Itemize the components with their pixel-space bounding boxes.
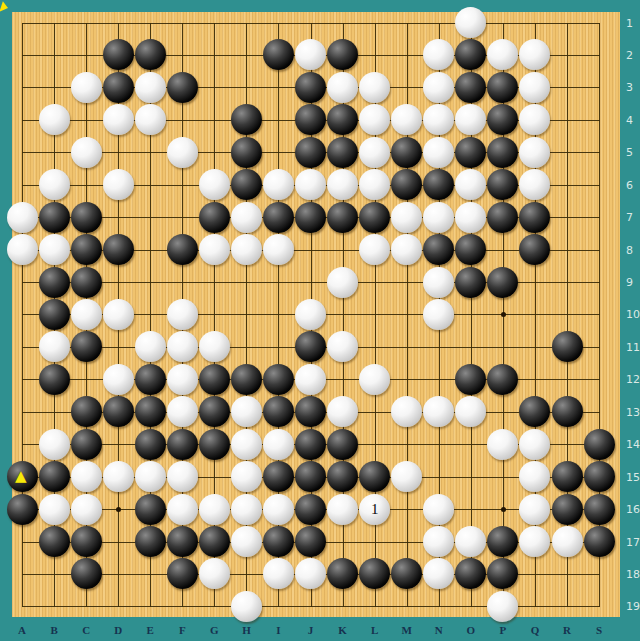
stone-white-I8[interactable] [263, 234, 294, 265]
stone-black-E17[interactable] [135, 526, 166, 557]
stone-black-G14[interactable] [199, 429, 230, 460]
stone-black-C9[interactable] [71, 267, 102, 298]
stone-white-H8[interactable] [231, 234, 262, 265]
stone-black-C14[interactable] [71, 429, 102, 460]
stone-white-H17[interactable] [231, 526, 262, 557]
stone-black-R16[interactable] [552, 494, 583, 525]
stone-white-F16[interactable] [167, 494, 198, 525]
stone-white-M7[interactable] [391, 202, 422, 233]
stone-black-O12[interactable] [455, 364, 486, 395]
stone-black-P5[interactable] [487, 137, 518, 168]
stone-black-D3[interactable] [103, 72, 134, 103]
stone-black-F14[interactable] [167, 429, 198, 460]
stone-black-Q7[interactable] [519, 202, 550, 233]
stone-white-B14[interactable] [39, 429, 70, 460]
stone-black-J14[interactable] [295, 429, 326, 460]
stone-white-F10[interactable] [167, 299, 198, 330]
stone-black-H4[interactable] [231, 104, 262, 135]
stone-white-K3[interactable] [327, 72, 358, 103]
stone-white-B16[interactable] [39, 494, 70, 525]
stone-black-G7[interactable] [199, 202, 230, 233]
stone-black-P9[interactable] [487, 267, 518, 298]
stone-white-F11[interactable] [167, 331, 198, 362]
stone-black-F8[interactable] [167, 234, 198, 265]
coord-col-I: I [271, 625, 285, 636]
stone-white-G16[interactable] [199, 494, 230, 525]
stone-black-B15[interactable] [39, 461, 70, 492]
stone-white-N3[interactable] [423, 72, 454, 103]
stone-black-D8[interactable] [103, 234, 134, 265]
stone-white-K9[interactable] [327, 267, 358, 298]
stone-white-N5[interactable] [423, 137, 454, 168]
stone-black-H5[interactable] [231, 137, 262, 168]
stone-black-I12[interactable] [263, 364, 294, 395]
stone-black-G13[interactable] [199, 396, 230, 427]
stone-white-F13[interactable] [167, 396, 198, 427]
stone-white-Q14[interactable] [519, 429, 550, 460]
stone-white-C3[interactable] [71, 72, 102, 103]
stone-white-L5[interactable] [359, 137, 390, 168]
stone-white-P14[interactable] [487, 429, 518, 460]
stone-white-E4[interactable] [135, 104, 166, 135]
stone-white-D6[interactable] [103, 169, 134, 200]
stone-white-G6[interactable] [199, 169, 230, 200]
stone-black-E14[interactable] [135, 429, 166, 460]
coord-col-P: P [496, 625, 510, 636]
stone-black-C11[interactable] [71, 331, 102, 362]
stone-white-D10[interactable] [103, 299, 134, 330]
coord-col-R: R [560, 625, 574, 636]
stone-white-D12[interactable] [103, 364, 134, 395]
stone-black-O3[interactable] [455, 72, 486, 103]
coord-col-A: A [15, 625, 29, 636]
stone-black-M5[interactable] [391, 137, 422, 168]
stone-black-E2[interactable] [135, 39, 166, 70]
coord-col-N: N [432, 625, 446, 636]
stone-white-D4[interactable] [103, 104, 134, 135]
stone-white-J10[interactable] [295, 299, 326, 330]
stone-white-N9[interactable] [423, 267, 454, 298]
coord-col-H: H [239, 625, 253, 636]
coord-col-B: B [47, 625, 61, 636]
stone-black-S16[interactable] [584, 494, 615, 525]
stone-white-Q5[interactable] [519, 137, 550, 168]
coord-col-O: O [464, 625, 478, 636]
go-game-screenshot: ▲1ABCDEFGHIJKLMNOPQRS1234567891011121314… [0, 0, 640, 641]
stone-black-J17[interactable] [295, 526, 326, 557]
stone-white-N7[interactable] [423, 202, 454, 233]
stone-black-O9[interactable] [455, 267, 486, 298]
stone-black-F3[interactable] [167, 72, 198, 103]
stone-black-J3[interactable] [295, 72, 326, 103]
stone-black-K7[interactable] [327, 202, 358, 233]
stone-white-C16[interactable] [71, 494, 102, 525]
stone-black-S15[interactable] [584, 461, 615, 492]
coord-row-13: 13 [626, 407, 640, 418]
stone-white-E3[interactable] [135, 72, 166, 103]
stone-white-P19[interactable] [487, 591, 518, 622]
stone-black-I17[interactable] [263, 526, 294, 557]
stone-white-A8[interactable] [7, 234, 38, 265]
coord-col-C: C [79, 625, 93, 636]
stone-black-A16[interactable] [7, 494, 38, 525]
stone-white-E15[interactable] [135, 461, 166, 492]
stone-white-F15[interactable] [167, 461, 198, 492]
coord-col-E: E [143, 625, 157, 636]
coord-col-M: M [400, 625, 414, 636]
stone-black-G17[interactable] [199, 526, 230, 557]
stone-white-B6[interactable] [39, 169, 70, 200]
stone-black-I15[interactable] [263, 461, 294, 492]
stone-black-E16[interactable] [135, 494, 166, 525]
stone-black-R11[interactable] [552, 331, 583, 362]
coord-row-7: 7 [626, 212, 633, 223]
stone-white-B4[interactable] [39, 104, 70, 135]
stone-white-I6[interactable] [263, 169, 294, 200]
coord-col-D: D [111, 625, 125, 636]
stone-white-H7[interactable] [231, 202, 262, 233]
coord-col-J: J [304, 625, 318, 636]
stone-white-F12[interactable] [167, 364, 198, 395]
stone-black-P7[interactable] [487, 202, 518, 233]
stone-white-N10[interactable] [423, 299, 454, 330]
stone-black-F17[interactable] [167, 526, 198, 557]
stone-white-H16[interactable] [231, 494, 262, 525]
coord-row-14: 14 [626, 439, 640, 450]
coord-row-6: 6 [626, 180, 633, 191]
cursor-artifact [0, 1, 10, 14]
stone-white-J12[interactable] [295, 364, 326, 395]
coord-row-12: 12 [626, 374, 640, 385]
stone-black-P12[interactable] [487, 364, 518, 395]
stone-black-E13[interactable] [135, 396, 166, 427]
stone-white-L3[interactable] [359, 72, 390, 103]
coord-row-10: 10 [626, 309, 640, 320]
stone-black-H12[interactable] [231, 364, 262, 395]
stone-white-D15[interactable] [103, 461, 134, 492]
stone-white-O7[interactable] [455, 202, 486, 233]
coord-row-8: 8 [626, 245, 633, 256]
coord-row-11: 11 [626, 342, 640, 353]
coord-row-1: 1 [626, 18, 633, 29]
stone-white-H15[interactable] [231, 461, 262, 492]
grid-hline-1 [22, 23, 600, 24]
stone-black-K14[interactable] [327, 429, 358, 460]
stone-white-I16[interactable] [263, 494, 294, 525]
stone-black-A15[interactable] [7, 461, 38, 492]
coord-row-3: 3 [626, 82, 633, 93]
stone-white-G8[interactable] [199, 234, 230, 265]
stone-white-F5[interactable] [167, 137, 198, 168]
stone-white-Q16[interactable] [519, 494, 550, 525]
stone-black-D2[interactable] [103, 39, 134, 70]
stone-white-L16[interactable] [359, 494, 390, 525]
stone-black-C7[interactable] [71, 202, 102, 233]
stone-black-B7[interactable] [39, 202, 70, 233]
coord-col-Q: Q [528, 625, 542, 636]
stone-white-A7[interactable] [7, 202, 38, 233]
coord-col-L: L [368, 625, 382, 636]
coord-col-F: F [175, 625, 189, 636]
stone-white-R17[interactable] [552, 526, 583, 557]
stone-white-C15[interactable] [71, 461, 102, 492]
stone-white-K16[interactable] [327, 494, 358, 525]
stone-black-E12[interactable] [135, 364, 166, 395]
stone-black-C8[interactable] [71, 234, 102, 265]
stone-black-S14[interactable] [584, 429, 615, 460]
stone-black-C18[interactable] [71, 558, 102, 589]
stone-black-J15[interactable] [295, 461, 326, 492]
coord-row-9: 9 [626, 277, 633, 288]
coord-row-4: 4 [626, 115, 633, 126]
stone-black-B9[interactable] [39, 267, 70, 298]
coord-col-K: K [336, 625, 350, 636]
stone-white-E11[interactable] [135, 331, 166, 362]
stone-black-J5[interactable] [295, 137, 326, 168]
stone-white-J6[interactable] [295, 169, 326, 200]
stone-black-C13[interactable] [71, 396, 102, 427]
stone-black-D13[interactable] [103, 396, 134, 427]
stone-black-B17[interactable] [39, 526, 70, 557]
stone-white-B8[interactable] [39, 234, 70, 265]
stone-black-S17[interactable] [584, 526, 615, 557]
coord-row-16: 16 [626, 504, 640, 515]
coord-col-G: G [207, 625, 221, 636]
stone-white-I14[interactable] [263, 429, 294, 460]
stone-black-L7[interactable] [359, 202, 390, 233]
stone-white-L12[interactable] [359, 364, 390, 395]
stone-black-O5[interactable] [455, 137, 486, 168]
stone-white-H14[interactable] [231, 429, 262, 460]
coord-row-15: 15 [626, 472, 640, 483]
stone-white-N16[interactable] [423, 494, 454, 525]
stone-black-J7[interactable] [295, 202, 326, 233]
coord-row-5: 5 [626, 147, 633, 158]
stone-black-B10[interactable] [39, 299, 70, 330]
stone-black-R15[interactable] [552, 461, 583, 492]
stone-white-C10[interactable] [71, 299, 102, 330]
stone-white-B11[interactable] [39, 331, 70, 362]
stone-black-J16[interactable] [295, 494, 326, 525]
stone-black-I7[interactable] [263, 202, 294, 233]
stone-black-H6[interactable] [231, 169, 262, 200]
stone-black-B12[interactable] [39, 364, 70, 395]
stone-white-H13[interactable] [231, 396, 262, 427]
stone-black-R13[interactable] [552, 396, 583, 427]
coord-row-2: 2 [626, 50, 633, 61]
coord-col-S: S [592, 625, 606, 636]
stone-white-C5[interactable] [71, 137, 102, 168]
stone-black-C17[interactable] [71, 526, 102, 557]
coord-row-18: 18 [626, 569, 640, 580]
stone-black-G12[interactable] [199, 364, 230, 395]
coord-row-17: 17 [626, 537, 640, 548]
stone-white-H19[interactable] [231, 591, 262, 622]
star-point [501, 507, 506, 512]
stone-black-K5[interactable] [327, 137, 358, 168]
coord-row-19: 19 [626, 601, 640, 612]
